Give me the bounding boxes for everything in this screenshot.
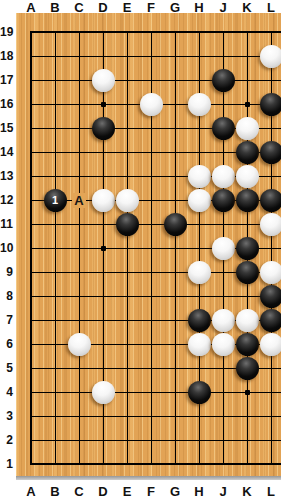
coordinate-label-row: 17 xyxy=(0,72,13,88)
black-stone[interactable] xyxy=(211,188,235,212)
black-stone-glyph xyxy=(260,285,282,308)
white-stone[interactable] xyxy=(259,44,281,68)
white-stone-glyph xyxy=(188,93,211,116)
white-stone-glyph xyxy=(140,93,163,116)
white-stone[interactable] xyxy=(259,212,281,236)
black-stone-glyph xyxy=(92,117,115,140)
white-stone-glyph xyxy=(92,189,115,212)
coordinate-label-bottom: L xyxy=(267,484,275,499)
black-stone[interactable] xyxy=(235,188,259,212)
black-stone-glyph xyxy=(236,261,259,284)
black-stone[interactable] xyxy=(235,356,259,380)
coordinate-label-row: 4 xyxy=(0,384,13,400)
coordinate-label-row: 1 xyxy=(0,456,13,472)
white-stone[interactable] xyxy=(187,188,211,212)
white-stone[interactable] xyxy=(211,164,235,188)
black-stone-glyph xyxy=(236,141,259,164)
coordinate-label-bottom: D xyxy=(98,484,107,499)
white-stone[interactable] xyxy=(235,116,259,140)
white-stone[interactable] xyxy=(187,332,211,356)
stones-layer: 1A xyxy=(19,20,281,476)
white-stone[interactable] xyxy=(139,92,163,116)
black-stone-glyph xyxy=(236,333,259,356)
black-stone[interactable] xyxy=(259,308,281,332)
white-stone-glyph xyxy=(92,69,115,92)
white-stone[interactable] xyxy=(235,308,259,332)
coordinate-label-bottom: H xyxy=(194,484,203,499)
white-stone-glyph xyxy=(68,333,91,356)
white-stone-glyph xyxy=(260,213,282,236)
black-stone[interactable] xyxy=(187,380,211,404)
coordinate-label-bottom: J xyxy=(219,484,226,499)
white-stone-glyph xyxy=(188,333,211,356)
go-board[interactable]: 1A xyxy=(16,13,281,476)
white-stone-glyph xyxy=(188,261,211,284)
white-stone-glyph xyxy=(236,117,259,140)
white-stone[interactable] xyxy=(187,260,211,284)
white-stone-glyph xyxy=(116,189,139,212)
white-stone-glyph xyxy=(188,165,211,188)
white-stone-glyph xyxy=(260,333,282,356)
coordinate-label-row: 15 xyxy=(0,120,13,136)
white-stone-glyph xyxy=(236,165,259,188)
point-label-a: A xyxy=(72,193,85,208)
black-stone[interactable] xyxy=(259,284,281,308)
white-stone[interactable] xyxy=(211,308,235,332)
black-stone[interactable] xyxy=(211,68,235,92)
white-stone-glyph xyxy=(212,309,235,332)
go-diagram: ABCDEFGHJKL 1A 1918171615141312111098765… xyxy=(0,0,281,500)
white-stone[interactable] xyxy=(187,92,211,116)
black-stone[interactable] xyxy=(235,236,259,260)
coordinate-label-row: 7 xyxy=(0,312,13,328)
black-stone[interactable] xyxy=(211,116,235,140)
coordinate-label-row: 3 xyxy=(0,408,13,424)
black-stone-glyph xyxy=(260,93,282,116)
black-stone-glyph xyxy=(260,189,282,212)
coordinate-label-bottom: A xyxy=(26,484,35,499)
black-stone-glyph xyxy=(164,213,187,236)
white-stone[interactable] xyxy=(211,236,235,260)
coordinate-label-bottom: G xyxy=(170,484,180,499)
black-stone-glyph xyxy=(212,117,235,140)
black-stone[interactable] xyxy=(163,212,187,236)
coordinate-label-row: 11 xyxy=(0,216,13,232)
black-stone-glyph xyxy=(188,309,211,332)
white-stone[interactable] xyxy=(67,332,91,356)
black-stone-glyph xyxy=(188,381,211,404)
black-stone-glyph xyxy=(260,141,282,164)
black-stone-glyph xyxy=(236,189,259,212)
coordinate-label-row: 12 xyxy=(0,192,13,208)
coordinate-label-bottom: F xyxy=(147,484,155,499)
black-stone[interactable] xyxy=(187,308,211,332)
white-stone-glyph xyxy=(212,333,235,356)
black-stone-glyph xyxy=(236,357,259,380)
coordinate-label-bottom: B xyxy=(50,484,59,499)
white-stone-glyph xyxy=(236,309,259,332)
coordinate-label-row: 6 xyxy=(0,336,13,352)
white-stone-glyph xyxy=(188,189,211,212)
white-stone[interactable] xyxy=(259,260,281,284)
white-stone[interactable] xyxy=(259,332,281,356)
labeled-point[interactable]: A xyxy=(67,188,91,212)
white-stone[interactable] xyxy=(187,164,211,188)
white-stone-glyph xyxy=(92,381,115,404)
white-stone[interactable] xyxy=(211,332,235,356)
white-stone-glyph xyxy=(260,45,282,68)
coordinate-label-bottom: K xyxy=(242,484,251,499)
black-stone-glyph xyxy=(236,237,259,260)
black-stone[interactable] xyxy=(235,140,259,164)
coordinate-label-row: 8 xyxy=(0,288,13,304)
coordinate-label-bottom: E xyxy=(123,484,132,499)
coordinate-label-row: 14 xyxy=(0,144,13,160)
move-number: 1 xyxy=(52,195,58,206)
black-stone-glyph: 1 xyxy=(44,189,67,212)
black-stone[interactable] xyxy=(259,92,281,116)
coordinate-label-row: 13 xyxy=(0,168,13,184)
black-stone[interactable] xyxy=(91,116,115,140)
white-stone[interactable] xyxy=(91,68,115,92)
black-stone[interactable] xyxy=(259,188,281,212)
white-stone[interactable] xyxy=(115,188,139,212)
white-stone[interactable] xyxy=(235,164,259,188)
coordinate-label-row: 16 xyxy=(0,96,13,112)
coordinate-label-bottom: C xyxy=(74,484,83,499)
black-stone[interactable] xyxy=(115,212,139,236)
white-stone-glyph xyxy=(260,261,282,284)
coordinate-label-row: 9 xyxy=(0,264,13,280)
white-stone[interactable] xyxy=(91,380,115,404)
black-stone-glyph xyxy=(260,309,282,332)
black-stone[interactable] xyxy=(235,260,259,284)
coordinate-label-row: 5 xyxy=(0,360,13,376)
white-stone[interactable] xyxy=(91,188,115,212)
coordinate-label-row: 2 xyxy=(0,432,13,448)
black-stone[interactable] xyxy=(235,332,259,356)
coordinate-label-row: 18 xyxy=(0,48,13,64)
black-stone[interactable]: 1 xyxy=(43,188,67,212)
coordinate-label-row: 19 xyxy=(0,24,13,40)
black-stone-glyph xyxy=(116,213,139,236)
white-stone-glyph xyxy=(212,237,235,260)
white-stone-glyph xyxy=(212,165,235,188)
black-stone[interactable] xyxy=(259,140,281,164)
black-stone-glyph xyxy=(212,69,235,92)
black-stone-glyph xyxy=(212,189,235,212)
coordinate-label-row: 10 xyxy=(0,240,13,256)
